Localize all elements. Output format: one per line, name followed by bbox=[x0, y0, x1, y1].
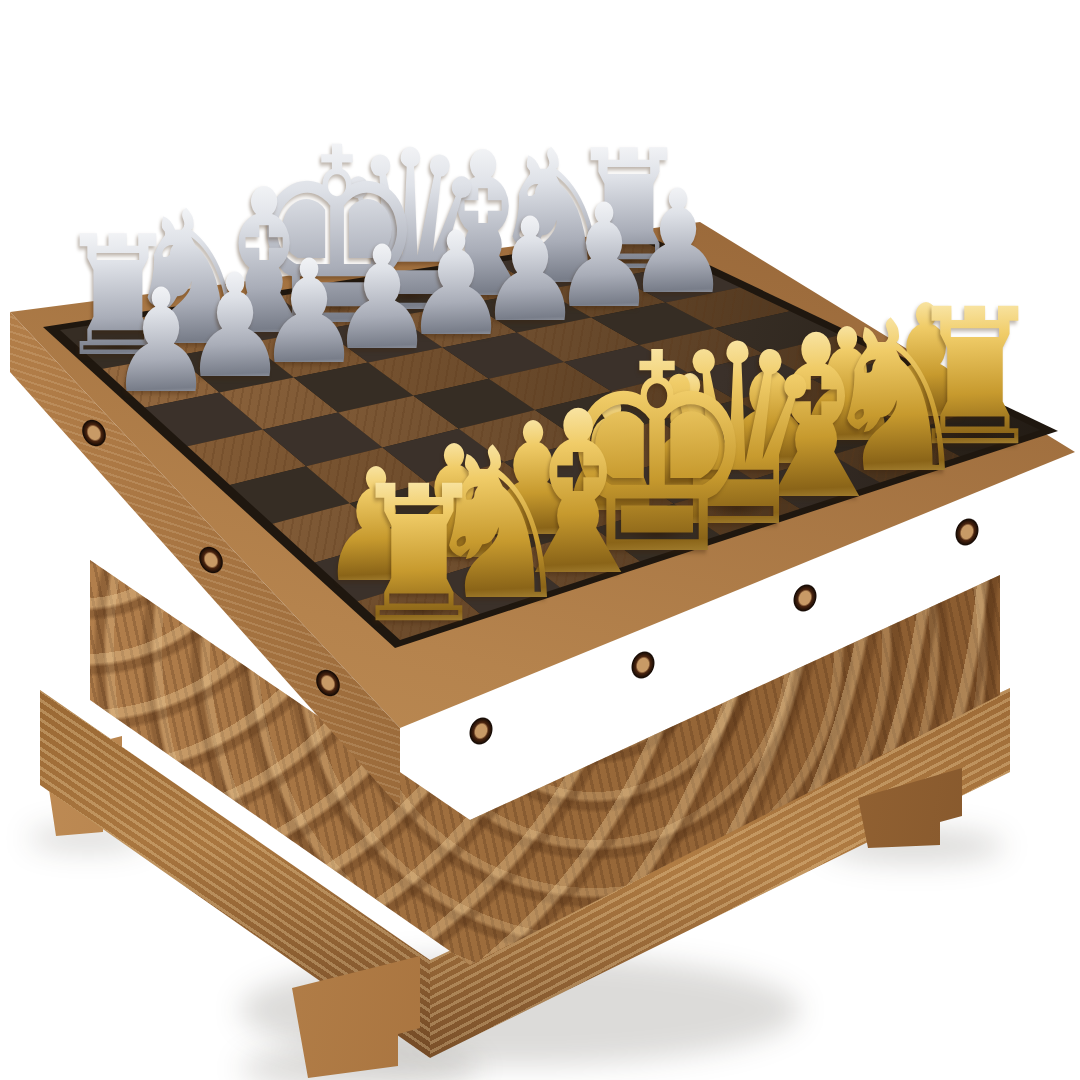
white-rook: ♜ bbox=[349, 461, 487, 649]
chess-board-scene: ♜♞♝♛♚♝♞♜♟♟♟♟♟♟♟♟♟♟♟♟♟♟♟♟♜♞♝♛♚♝♞♜ bbox=[0, 0, 1080, 1080]
product-photo-chess-set: { "game": "chess", "scene": { "subject":… bbox=[0, 0, 1080, 1080]
black-pawn: ♟ bbox=[108, 270, 213, 413]
